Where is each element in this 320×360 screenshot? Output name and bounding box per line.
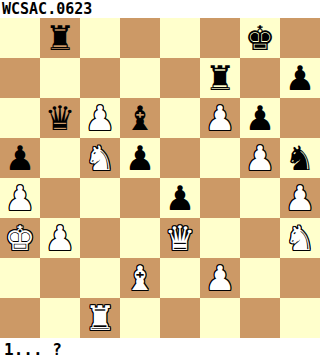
- square-d6[interactable]: ♝: [120, 98, 160, 138]
- square-f8[interactable]: [200, 18, 240, 58]
- square-b8[interactable]: ♜: [40, 18, 80, 58]
- square-h1[interactable]: [280, 298, 320, 338]
- white-rook: ♜: [85, 298, 115, 338]
- square-g3[interactable]: [240, 218, 280, 258]
- square-b6[interactable]: ♛: [40, 98, 80, 138]
- square-e5[interactable]: [160, 138, 200, 178]
- square-a5[interactable]: ♟: [0, 138, 40, 178]
- white-pawn: ♟: [245, 138, 275, 178]
- square-g4[interactable]: [240, 178, 280, 218]
- square-e6[interactable]: [160, 98, 200, 138]
- black-pawn: ♟: [5, 138, 35, 178]
- square-d1[interactable]: [120, 298, 160, 338]
- puzzle-id: WCSAC.0623: [2, 0, 92, 18]
- square-d8[interactable]: [120, 18, 160, 58]
- square-c4[interactable]: [80, 178, 120, 218]
- white-knight: ♞: [85, 138, 115, 178]
- square-d4[interactable]: [120, 178, 160, 218]
- white-pawn: ♟: [205, 98, 235, 138]
- move-prompt: 1... ?: [4, 340, 62, 359]
- black-pawn: ♟: [285, 58, 315, 98]
- square-g2[interactable]: [240, 258, 280, 298]
- square-a2[interactable]: [0, 258, 40, 298]
- square-c2[interactable]: [80, 258, 120, 298]
- chess-board: ♜♚♜♟♛♟♝♟♟♟♞♟♟♞♟♟♟♚♟♛♞♝♟♜: [0, 18, 320, 338]
- square-d5[interactable]: ♟: [120, 138, 160, 178]
- white-pawn: ♟: [85, 98, 115, 138]
- square-b2[interactable]: [40, 258, 80, 298]
- square-a3[interactable]: ♚: [0, 218, 40, 258]
- white-king: ♚: [5, 218, 35, 258]
- black-pawn: ♟: [245, 98, 275, 138]
- white-pawn: ♟: [5, 178, 35, 218]
- black-pawn: ♟: [125, 138, 155, 178]
- white-pawn: ♟: [45, 218, 75, 258]
- square-f4[interactable]: [200, 178, 240, 218]
- square-b3[interactable]: ♟: [40, 218, 80, 258]
- square-c8[interactable]: [80, 18, 120, 58]
- square-h3[interactable]: ♞: [280, 218, 320, 258]
- black-queen: ♛: [45, 98, 75, 138]
- square-c6[interactable]: ♟: [80, 98, 120, 138]
- square-f7[interactable]: ♜: [200, 58, 240, 98]
- square-e4[interactable]: ♟: [160, 178, 200, 218]
- square-f5[interactable]: [200, 138, 240, 178]
- square-e8[interactable]: [160, 18, 200, 58]
- square-c5[interactable]: ♞: [80, 138, 120, 178]
- square-b7[interactable]: [40, 58, 80, 98]
- square-f6[interactable]: ♟: [200, 98, 240, 138]
- square-e3[interactable]: ♛: [160, 218, 200, 258]
- white-pawn: ♟: [205, 258, 235, 298]
- square-g8[interactable]: ♚: [240, 18, 280, 58]
- black-bishop: ♝: [125, 98, 155, 138]
- white-queen: ♛: [165, 218, 195, 258]
- white-pawn: ♟: [285, 178, 315, 218]
- square-h7[interactable]: ♟: [280, 58, 320, 98]
- move-prompt-bar: 1... ?: [0, 338, 320, 360]
- square-f2[interactable]: ♟: [200, 258, 240, 298]
- square-e2[interactable]: [160, 258, 200, 298]
- black-pawn: ♟: [165, 178, 195, 218]
- square-h4[interactable]: ♟: [280, 178, 320, 218]
- square-d2[interactable]: ♝: [120, 258, 160, 298]
- square-g1[interactable]: [240, 298, 280, 338]
- square-a6[interactable]: [0, 98, 40, 138]
- square-g5[interactable]: ♟: [240, 138, 280, 178]
- square-c3[interactable]: [80, 218, 120, 258]
- square-d7[interactable]: [120, 58, 160, 98]
- puzzle-header: WCSAC.0623: [0, 0, 320, 18]
- square-c1[interactable]: ♜: [80, 298, 120, 338]
- square-e1[interactable]: [160, 298, 200, 338]
- square-h5[interactable]: ♞: [280, 138, 320, 178]
- black-king: ♚: [245, 18, 275, 58]
- square-g7[interactable]: [240, 58, 280, 98]
- square-a1[interactable]: [0, 298, 40, 338]
- square-h6[interactable]: [280, 98, 320, 138]
- square-a4[interactable]: ♟: [0, 178, 40, 218]
- square-b1[interactable]: [40, 298, 80, 338]
- square-a7[interactable]: [0, 58, 40, 98]
- white-knight: ♞: [285, 218, 315, 258]
- black-rook: ♜: [205, 58, 235, 98]
- square-d3[interactable]: [120, 218, 160, 258]
- square-g6[interactable]: ♟: [240, 98, 280, 138]
- square-f1[interactable]: [200, 298, 240, 338]
- black-knight: ♞: [285, 138, 315, 178]
- square-e7[interactable]: [160, 58, 200, 98]
- square-f3[interactable]: [200, 218, 240, 258]
- square-h2[interactable]: [280, 258, 320, 298]
- black-rook: ♜: [45, 18, 75, 58]
- square-h8[interactable]: [280, 18, 320, 58]
- square-b4[interactable]: [40, 178, 80, 218]
- square-b5[interactable]: [40, 138, 80, 178]
- square-c7[interactable]: [80, 58, 120, 98]
- square-a8[interactable]: [0, 18, 40, 58]
- white-bishop: ♝: [125, 258, 155, 298]
